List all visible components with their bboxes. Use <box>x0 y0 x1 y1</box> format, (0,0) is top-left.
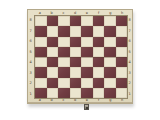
square-a5[interactable] <box>35 47 47 57</box>
rank-label-4-right: 4 <box>128 57 132 68</box>
rank-label-6-left: 6 <box>29 36 33 47</box>
square-e2[interactable] <box>81 78 93 88</box>
rank-label-8-right: 8 <box>128 15 132 26</box>
square-c1[interactable] <box>58 88 70 98</box>
square-c4[interactable] <box>58 57 70 67</box>
square-a4[interactable] <box>35 57 47 67</box>
rank-label-2-left: 2 <box>29 78 33 89</box>
rank-label-1-right: 1 <box>128 89 132 100</box>
file-label-c-top: c <box>58 11 70 15</box>
square-e8[interactable] <box>81 16 93 26</box>
square-f8[interactable] <box>93 16 105 26</box>
rank-label-3-right: 3 <box>128 68 132 79</box>
rank-label-1-left: 1 <box>29 89 33 100</box>
square-d2[interactable] <box>70 78 82 88</box>
file-label-h-top: h <box>116 11 128 15</box>
square-c5[interactable] <box>58 47 70 57</box>
rank-label-3-left: 3 <box>29 68 33 79</box>
chess-board: abcdefgh abcdefgh 87654321 87654321 <box>27 9 133 104</box>
square-h5[interactable] <box>116 47 128 57</box>
square-b1[interactable] <box>47 88 59 98</box>
square-f2[interactable] <box>93 78 105 88</box>
square-f7[interactable] <box>93 26 105 36</box>
square-f4[interactable] <box>93 57 105 67</box>
square-e6[interactable] <box>81 37 93 47</box>
square-d8[interactable] <box>70 16 82 26</box>
square-a8[interactable] <box>35 16 47 26</box>
square-f6[interactable] <box>93 37 105 47</box>
square-g3[interactable] <box>104 67 116 77</box>
square-f1[interactable] <box>93 88 105 98</box>
file-label-e-top: e <box>81 11 93 15</box>
square-d4[interactable] <box>70 57 82 67</box>
square-d3[interactable] <box>70 67 82 77</box>
file-label-g-top: g <box>105 11 117 15</box>
square-g7[interactable] <box>104 26 116 36</box>
square-h3[interactable] <box>116 67 128 77</box>
file-labels-top: abcdefgh <box>34 11 128 15</box>
square-e1[interactable] <box>81 88 93 98</box>
square-c2[interactable] <box>58 78 70 88</box>
square-b8[interactable] <box>47 16 59 26</box>
rank-label-8-left: 8 <box>29 15 33 26</box>
square-d6[interactable] <box>70 37 82 47</box>
rank-label-4-left: 4 <box>29 57 33 68</box>
rank-label-7-right: 7 <box>128 26 132 37</box>
product-photo-background: { "game": "chess", "position": "8/8/8/8/… <box>0 0 160 120</box>
square-c8[interactable] <box>58 16 70 26</box>
square-e5[interactable] <box>81 47 93 57</box>
square-g8[interactable] <box>104 16 116 26</box>
square-h2[interactable] <box>116 78 128 88</box>
rank-label-6-right: 6 <box>128 36 132 47</box>
square-d1[interactable] <box>70 88 82 98</box>
square-h6[interactable] <box>116 37 128 47</box>
file-label-d-top: d <box>69 11 81 15</box>
square-f3[interactable] <box>93 67 105 77</box>
rank-labels-left: 87654321 <box>29 15 33 99</box>
file-label-a-top: a <box>34 11 46 15</box>
rank-label-7-left: 7 <box>29 26 33 37</box>
rank-label-5-left: 5 <box>29 47 33 58</box>
square-b3[interactable] <box>47 67 59 77</box>
square-g2[interactable] <box>104 78 116 88</box>
square-e4[interactable] <box>81 57 93 67</box>
square-a1[interactable] <box>35 88 47 98</box>
square-c3[interactable] <box>58 67 70 77</box>
square-g1[interactable] <box>104 88 116 98</box>
square-d7[interactable] <box>70 26 82 36</box>
square-g5[interactable] <box>104 47 116 57</box>
square-b7[interactable] <box>47 26 59 36</box>
square-c7[interactable] <box>58 26 70 36</box>
square-h7[interactable] <box>116 26 128 36</box>
rank-labels-right: 87654321 <box>128 15 132 99</box>
rank-label-2-right: 2 <box>128 78 132 89</box>
square-b4[interactable] <box>47 57 59 67</box>
square-b5[interactable] <box>47 47 59 57</box>
square-e7[interactable] <box>81 26 93 36</box>
square-d5[interactable] <box>70 47 82 57</box>
playing-area <box>34 15 128 99</box>
square-f5[interactable] <box>93 47 105 57</box>
square-c6[interactable] <box>58 37 70 47</box>
square-e3[interactable] <box>81 67 93 77</box>
square-h8[interactable] <box>116 16 128 26</box>
square-a6[interactable] <box>35 37 47 47</box>
square-a3[interactable] <box>35 67 47 77</box>
square-b2[interactable] <box>47 78 59 88</box>
square-h4[interactable] <box>116 57 128 67</box>
file-label-f-top: f <box>93 11 105 15</box>
square-g6[interactable] <box>104 37 116 47</box>
square-b6[interactable] <box>47 37 59 47</box>
square-a7[interactable] <box>35 26 47 36</box>
square-h1[interactable] <box>116 88 128 98</box>
square-a2[interactable] <box>35 78 47 88</box>
clasp-latch-icon <box>84 104 89 110</box>
board-grid <box>35 16 127 98</box>
rank-label-5-right: 5 <box>128 47 132 58</box>
file-label-b-top: b <box>46 11 58 15</box>
square-g4[interactable] <box>104 57 116 67</box>
